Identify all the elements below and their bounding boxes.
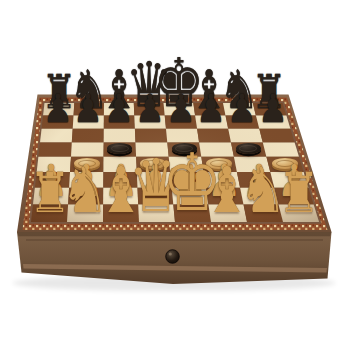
- pieces-layer: ♜♞♝♛♚♝♞♜♟♟♟♟♟♟♟♟♟♟♟♟♟♟♟♟♜♞♝♛♚♝♞♜: [0, 0, 350, 350]
- piece-black-pawn-h7[interactable]: ♟: [258, 89, 288, 128]
- piece-white-rook-h1[interactable]: ♜: [277, 166, 319, 221]
- piece-black-pawn-e7[interactable]: ♟: [166, 89, 196, 128]
- piece-black-pawn-c7[interactable]: ♟: [104, 89, 134, 128]
- piece-black-pawn-d7[interactable]: ♟: [135, 89, 165, 128]
- piece-black-pawn-f7[interactable]: ♟: [196, 89, 226, 128]
- checker-ring: [111, 145, 129, 152]
- piece-black-pawn-a7[interactable]: ♟: [43, 89, 73, 128]
- chess-set-photo: ♜♞♝♛♚♝♞♜♟♟♟♟♟♟♟♟♟♟♟♟♟♟♟♟♜♞♝♛♚♝♞♜: [0, 0, 350, 350]
- checker-ring: [239, 145, 257, 152]
- piece-black-pawn-g7[interactable]: ♟: [227, 89, 257, 128]
- piece-black-pawn-b7[interactable]: ♟: [73, 89, 103, 128]
